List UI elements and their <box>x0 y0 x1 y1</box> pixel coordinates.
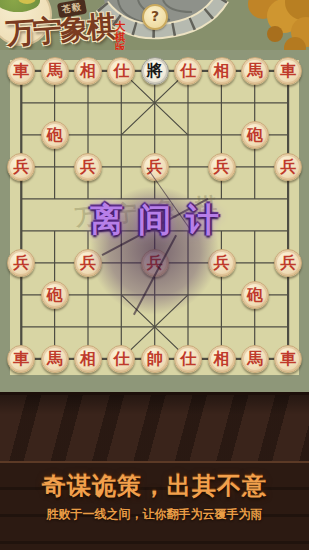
piece-兵[interactable]: 兵 <box>274 153 302 181</box>
piece-帥[interactable]: 帥 <box>141 345 169 373</box>
piece-仕[interactable]: 仕 <box>174 345 202 373</box>
piece-兵[interactable]: 兵 <box>74 153 102 181</box>
piece-兵[interactable]: 兵 <box>7 249 35 277</box>
piece-砲[interactable]: 砲 <box>41 121 69 149</box>
piece-相[interactable]: 相 <box>74 57 102 85</box>
piece-兵[interactable]: 兵 <box>141 249 169 277</box>
piece-馬[interactable]: 馬 <box>41 345 69 373</box>
banner-headline: 奇谋诡策，出其不意 <box>0 470 309 502</box>
header-bar: 万宁象棋 苍毅 大棋版 ? <box>0 0 309 50</box>
piece-砲[interactable]: 砲 <box>241 121 269 149</box>
puzzle-title: 离间计 <box>0 198 309 243</box>
piece-砲[interactable]: 砲 <box>41 281 69 309</box>
promo-banner: 奇谋诡策，出其不意 胜败于一线之间，让你翻手为云覆手为雨 <box>0 392 309 550</box>
piece-仕[interactable]: 仕 <box>107 57 135 85</box>
piece-兵[interactable]: 兵 <box>7 153 35 181</box>
piece-車[interactable]: 車 <box>7 345 35 373</box>
piece-兵[interactable]: 兵 <box>208 249 236 277</box>
piece-馬[interactable]: 馬 <box>241 57 269 85</box>
piece-馬[interactable]: 馬 <box>241 345 269 373</box>
piece-相[interactable]: 相 <box>74 345 102 373</box>
roof-decoration <box>0 392 309 463</box>
piece-仕[interactable]: 仕 <box>107 345 135 373</box>
piece-仕[interactable]: 仕 <box>174 57 202 85</box>
piece-兵[interactable]: 兵 <box>141 153 169 181</box>
piece-兵[interactable]: 兵 <box>208 153 236 181</box>
piece-兵[interactable]: 兵 <box>274 249 302 277</box>
piece-馬[interactable]: 馬 <box>41 57 69 85</box>
edition-seal: 大棋版 <box>113 21 127 50</box>
help-button[interactable]: ? <box>142 4 168 30</box>
banner-subline: 胜败于一线之间，让你翻手为云覆手为雨 <box>0 506 309 523</box>
piece-相[interactable]: 相 <box>208 345 236 373</box>
piece-相[interactable]: 相 <box>208 57 236 85</box>
piece-兵[interactable]: 兵 <box>74 249 102 277</box>
piece-將[interactable]: 將 <box>141 57 169 85</box>
piece-車[interactable]: 車 <box>274 345 302 373</box>
foliage-icon <box>248 0 309 50</box>
xiangqi-board: 万宁象棋 車馬相仕將仕相馬車砲砲兵兵兵兵兵兵兵兵兵兵砲砲車馬相仕帥仕相馬車 离间… <box>0 50 309 392</box>
piece-車[interactable]: 車 <box>274 57 302 85</box>
piece-車[interactable]: 車 <box>7 57 35 85</box>
piece-砲[interactable]: 砲 <box>241 281 269 309</box>
